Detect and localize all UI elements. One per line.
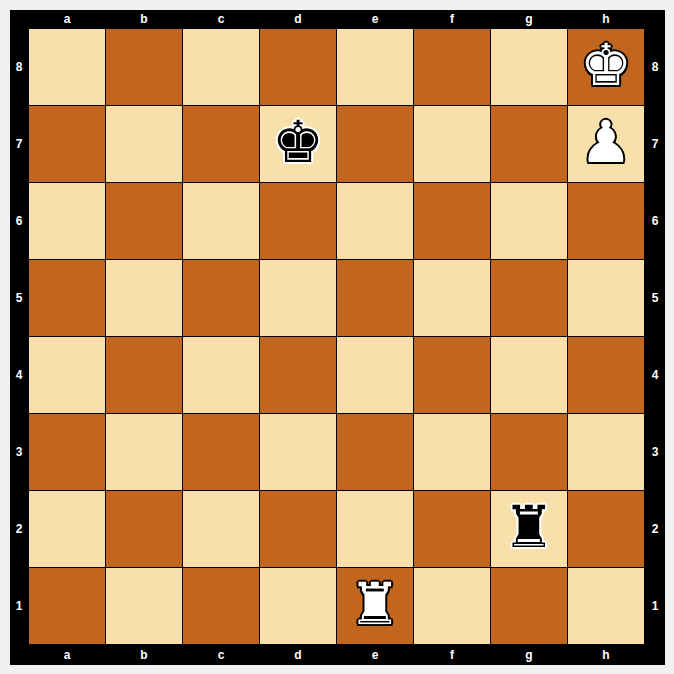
square-g3[interactable] [491,414,567,490]
square-d4[interactable] [260,337,336,413]
square-e4[interactable] [337,337,413,413]
coord-label-text: 7 [16,138,23,150]
board-frame: abcdefgh8♚87♚♟7665544332♜21♜1abcdefgh [10,10,665,665]
rank-label-4: 4 [645,337,665,413]
square-a3[interactable] [29,414,105,490]
square-e7[interactable] [337,106,413,182]
coord-label-text: 6 [652,215,659,227]
square-g6[interactable] [491,183,567,259]
file-label-g: g [491,645,567,665]
rank-label-6: 6 [10,183,28,259]
piece-white-rook[interactable]: ♜ [349,566,401,642]
rank-label-3: 3 [10,414,28,490]
square-d7[interactable]: ♚ [260,106,336,182]
square-a8[interactable] [29,29,105,105]
square-h5[interactable] [568,260,644,336]
coord-label-text: g [525,649,532,661]
square-a7[interactable] [29,106,105,182]
frame-corner [10,645,28,665]
file-label-a: a [29,10,105,28]
square-d3[interactable] [260,414,336,490]
coord-label-text: a [64,649,71,661]
square-b2[interactable] [106,491,182,567]
coord-label-text: h [602,13,609,25]
coord-label-text: 6 [16,215,23,227]
coord-label-text: 2 [652,523,659,535]
square-c3[interactable] [183,414,259,490]
file-label-e: e [337,645,413,665]
square-f7[interactable] [414,106,490,182]
square-f4[interactable] [414,337,490,413]
square-g4[interactable] [491,337,567,413]
coord-label-text: f [450,649,454,661]
file-label-d: d [260,10,336,28]
square-b3[interactable] [106,414,182,490]
square-b7[interactable] [106,106,182,182]
coord-label-text: 2 [16,523,23,535]
rank-label-2: 2 [645,491,665,567]
rank-label-7: 7 [10,106,28,182]
square-d5[interactable] [260,260,336,336]
coord-label-text: 4 [652,369,659,381]
square-b8[interactable] [106,29,182,105]
square-e3[interactable] [337,414,413,490]
rank-label-4: 4 [10,337,28,413]
square-f6[interactable] [414,183,490,259]
coord-label-text: b [140,649,147,661]
frame-corner [645,645,665,665]
file-label-d: d [260,645,336,665]
coord-label-text: 3 [16,446,23,458]
square-c1[interactable] [183,568,259,644]
coord-label-text: g [525,13,532,25]
coord-label-text: 3 [652,446,659,458]
square-a2[interactable] [29,491,105,567]
square-h7[interactable]: ♟ [568,106,644,182]
square-d2[interactable] [260,491,336,567]
coord-label-text: b [140,13,147,25]
square-d6[interactable] [260,183,336,259]
file-label-c: c [183,10,259,28]
square-b4[interactable] [106,337,182,413]
coord-label-text: 8 [652,61,659,73]
coord-label-text: 1 [652,600,659,612]
rank-label-1: 1 [10,568,28,644]
square-h8[interactable]: ♚ [568,29,644,105]
square-c4[interactable] [183,337,259,413]
square-c6[interactable] [183,183,259,259]
square-b5[interactable] [106,260,182,336]
coord-label-text: h [602,649,609,661]
square-g5[interactable] [491,260,567,336]
rank-label-5: 5 [10,260,28,336]
square-h1[interactable] [568,568,644,644]
coord-label-text: e [372,13,379,25]
square-h3[interactable] [568,414,644,490]
coord-label-text: 5 [16,292,23,304]
file-label-a: a [29,645,105,665]
coord-label-text: e [372,649,379,661]
piece-white-king[interactable]: ♚ [580,27,632,103]
rank-label-1: 1 [645,568,665,644]
file-label-g: g [491,10,567,28]
square-b1[interactable] [106,568,182,644]
square-h6[interactable] [568,183,644,259]
square-g2[interactable]: ♜ [491,491,567,567]
square-f1[interactable] [414,568,490,644]
square-c5[interactable] [183,260,259,336]
rank-label-3: 3 [645,414,665,490]
file-label-f: f [414,10,490,28]
square-f3[interactable] [414,414,490,490]
piece-white-pawn[interactable]: ♟ [580,104,632,180]
square-d8[interactable] [260,29,336,105]
file-label-b: b [106,10,182,28]
coord-label-text: 8 [16,61,23,73]
coord-label-text: a [64,13,71,25]
square-c2[interactable] [183,491,259,567]
piece-black-king[interactable]: ♚ [272,104,324,180]
square-a5[interactable] [29,260,105,336]
square-a1[interactable] [29,568,105,644]
square-f8[interactable] [414,29,490,105]
square-b6[interactable] [106,183,182,259]
rank-label-6: 6 [645,183,665,259]
square-c8[interactable] [183,29,259,105]
square-d1[interactable] [260,568,336,644]
coord-label-text: 1 [16,600,23,612]
coord-label-text: d [294,13,301,25]
square-e6[interactable] [337,183,413,259]
file-label-h: h [568,645,644,665]
square-f2[interactable] [414,491,490,567]
coord-label-text: 4 [16,369,23,381]
file-label-e: e [337,10,413,28]
square-e1[interactable]: ♜ [337,568,413,644]
rank-label-8: 8 [10,29,28,105]
square-a4[interactable] [29,337,105,413]
coord-label-text: f [450,13,454,25]
coord-label-text: 5 [652,292,659,304]
rank-label-2: 2 [10,491,28,567]
square-g1[interactable] [491,568,567,644]
square-h2[interactable] [568,491,644,567]
piece-black-rook[interactable]: ♜ [503,489,555,565]
square-c7[interactable] [183,106,259,182]
square-e5[interactable] [337,260,413,336]
frame-corner [10,10,28,28]
coord-label-text: c [218,13,225,25]
coord-label-text: 7 [652,138,659,150]
file-label-f: f [414,645,490,665]
square-g8[interactable] [491,29,567,105]
file-label-c: c [183,645,259,665]
file-label-b: b [106,645,182,665]
square-e2[interactable] [337,491,413,567]
square-h4[interactable] [568,337,644,413]
rank-label-7: 7 [645,106,665,182]
frame-corner [645,10,665,28]
square-e8[interactable] [337,29,413,105]
chess-board: abcdefgh8♚87♚♟7665544332♜21♜1abcdefgh [10,10,665,665]
rank-label-8: 8 [645,29,665,105]
coord-label-text: d [294,649,301,661]
square-g7[interactable] [491,106,567,182]
coord-label-text: c [218,649,225,661]
square-f5[interactable] [414,260,490,336]
rank-label-5: 5 [645,260,665,336]
square-a6[interactable] [29,183,105,259]
file-label-h: h [568,10,644,28]
